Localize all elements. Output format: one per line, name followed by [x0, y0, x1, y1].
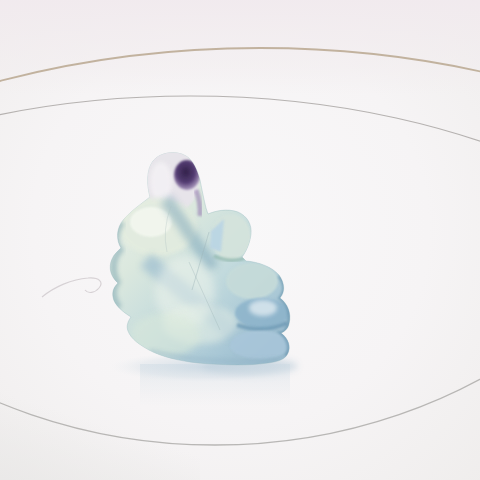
figurine-reflection	[140, 364, 290, 406]
photo-gemstone-on-plate	[0, 0, 480, 480]
dome-highlight	[150, 162, 172, 202]
leg-specular	[249, 300, 277, 316]
leg-lobe-upper	[226, 263, 278, 299]
green-lobe-core	[130, 207, 172, 237]
photo-canvas	[0, 0, 480, 480]
